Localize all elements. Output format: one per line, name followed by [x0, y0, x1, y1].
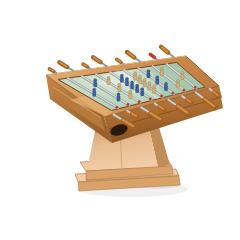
player-tan — [129, 93, 132, 99]
player-tan-head — [118, 83, 121, 86]
player-tan-head — [152, 85, 155, 88]
player-tan-head — [129, 90, 132, 93]
player-tan — [148, 85, 151, 91]
player-blue-head — [94, 78, 97, 81]
player-blue-head — [135, 84, 138, 87]
player-blue — [135, 87, 138, 93]
player-blue — [130, 84, 133, 90]
player-tan — [160, 70, 163, 76]
player-tan — [143, 81, 146, 87]
player-blue — [164, 85, 167, 91]
player-tan-head — [133, 72, 136, 75]
player-tan-head — [107, 76, 110, 79]
player-blue-head — [147, 69, 150, 72]
player-blue — [156, 79, 159, 85]
rod-8-bumper — [194, 86, 197, 89]
player-tan-head — [160, 67, 163, 70]
rod-7-bumper — [183, 89, 186, 92]
player-blue — [120, 77, 123, 83]
player-blue-head — [120, 74, 123, 77]
player-blue — [117, 96, 120, 102]
player-blue — [147, 72, 150, 78]
rod-4-bumper — [149, 97, 152, 100]
rod-7-far-cap — [150, 54, 154, 57]
player-tan-head — [143, 78, 146, 81]
player-blue-head — [125, 77, 128, 80]
player-tan — [181, 74, 184, 80]
product-photo-foosball-table — [0, 0, 240, 240]
player-tan — [107, 79, 110, 85]
player-blue-head — [93, 88, 96, 91]
player-tan — [118, 86, 121, 92]
player-blue-head — [156, 76, 159, 79]
rod-3-bumper — [138, 100, 141, 103]
player-tan — [152, 88, 155, 94]
player-blue-head — [164, 82, 167, 85]
player-blue — [125, 80, 128, 86]
player-tan-head — [181, 71, 184, 74]
player-blue — [141, 90, 144, 96]
player-tan-head — [148, 82, 151, 85]
player-blue-head — [130, 81, 133, 84]
player-blue-head — [141, 87, 144, 90]
rod-5-bumper — [160, 95, 163, 98]
player-blue-head — [117, 93, 120, 96]
player-tan — [133, 75, 136, 81]
player-blue — [94, 81, 97, 87]
player-tan-head — [138, 75, 141, 78]
player-tan — [138, 78, 141, 84]
player-tan-head — [176, 80, 179, 83]
player-tan — [176, 83, 179, 89]
rod-2-bumper — [127, 103, 130, 106]
player-blue — [93, 91, 96, 97]
rod-6-bumper — [171, 92, 174, 95]
foosball-table-scene — [0, 0, 240, 240]
rod-1-bumper — [115, 106, 118, 109]
